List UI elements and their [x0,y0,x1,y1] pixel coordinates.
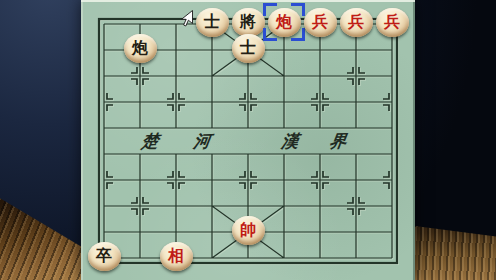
river-label-jie: 界 [323,130,352,154]
piece-red-cannon[interactable]: 炮 [268,8,301,37]
river-label-chu: 楚 [135,130,164,154]
piece-red-general[interactable]: 帥 [232,216,265,245]
piece-red-elephant[interactable]: 相 [160,242,193,271]
piece-glyph: 炮 [132,40,148,56]
piece-glyph: 卒 [96,248,112,264]
piece-black-advisor[interactable]: 士 [232,34,265,63]
background-wood-floor-right [415,205,496,280]
river-label-han: 漢 [275,130,304,154]
piece-black-advisor[interactable]: 士 [196,8,229,37]
piece-black-cannon[interactable]: 炮 [124,34,157,63]
xiangqi-board[interactable]: 楚 河 漢 界 士將炮兵兵兵炮士帥卒相 [81,0,415,280]
piece-glyph: 相 [168,248,184,264]
piece-red-soldier[interactable]: 兵 [304,8,337,37]
piece-glyph: 將 [240,14,256,30]
piece-glyph: 炮 [276,14,292,30]
piece-glyph: 兵 [348,14,364,30]
piece-glyph: 帥 [240,222,256,238]
background-wood-floor-left [0,148,84,280]
river-label-he: 河 [187,130,216,154]
piece-red-soldier[interactable]: 兵 [340,8,373,37]
piece-black-soldier[interactable]: 卒 [88,242,121,271]
app-window: 楚 河 漢 界 士將炮兵兵兵炮士帥卒相 [0,0,496,280]
piece-black-general[interactable]: 將 [232,8,265,37]
piece-glyph: 士 [204,14,220,30]
piece-glyph: 士 [240,40,256,56]
piece-glyph: 兵 [384,14,400,30]
piece-glyph: 兵 [312,14,328,30]
piece-red-soldier[interactable]: 兵 [376,8,409,37]
